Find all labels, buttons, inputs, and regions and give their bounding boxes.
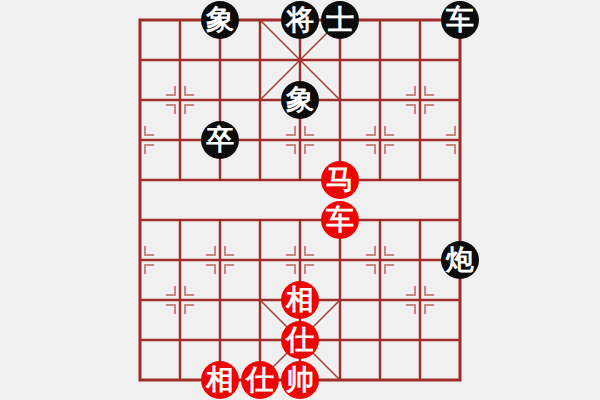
piece-glyph: 相 xyxy=(286,286,314,314)
piece-red-horse[interactable]: 马 xyxy=(321,161,359,199)
piece-black-elephant[interactable]: 象 xyxy=(281,81,319,119)
piece-glyph: 士 xyxy=(326,6,354,34)
piece-glyph: 相 xyxy=(206,366,234,394)
piece-black-king[interactable]: 将 xyxy=(281,1,319,39)
piece-red-elephant[interactable]: 相 xyxy=(201,361,239,399)
piece-glyph: 炮 xyxy=(446,246,474,274)
piece-glyph: 车 xyxy=(446,6,474,34)
xiangqi-board[interactable]: 象将士车象卒马车炮相仕相仕帅 xyxy=(0,0,600,400)
piece-glyph: 帅 xyxy=(286,366,314,394)
piece-black-pawn[interactable]: 卒 xyxy=(201,121,239,159)
piece-glyph: 象 xyxy=(206,6,234,34)
piece-glyph: 象 xyxy=(286,86,314,114)
piece-red-king[interactable]: 帅 xyxy=(281,361,319,399)
piece-glyph: 仕 xyxy=(286,326,314,354)
piece-red-advisor[interactable]: 仕 xyxy=(241,361,279,399)
piece-glyph: 马 xyxy=(326,166,354,194)
piece-red-elephant[interactable]: 相 xyxy=(281,281,319,319)
piece-glyph: 卒 xyxy=(206,126,234,154)
piece-black-cannon[interactable]: 炮 xyxy=(441,241,479,279)
piece-glyph: 车 xyxy=(326,206,354,234)
piece-black-rook[interactable]: 车 xyxy=(441,1,479,39)
piece-red-advisor[interactable]: 仕 xyxy=(281,321,319,359)
piece-black-elephant[interactable]: 象 xyxy=(201,1,239,39)
piece-black-advisor[interactable]: 士 xyxy=(321,1,359,39)
piece-glyph: 仕 xyxy=(246,366,274,394)
piece-glyph: 将 xyxy=(286,6,314,34)
piece-red-rook[interactable]: 车 xyxy=(321,201,359,239)
